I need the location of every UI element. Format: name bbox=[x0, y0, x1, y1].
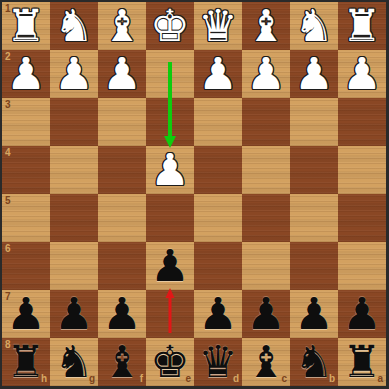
square-d2[interactable]: ♟ bbox=[194, 50, 242, 98]
square-a6[interactable] bbox=[338, 242, 386, 290]
square-e6[interactable]: ♟ bbox=[146, 242, 194, 290]
square-b3[interactable] bbox=[290, 98, 338, 146]
rank-label-3: 3 bbox=[5, 100, 11, 110]
square-g4[interactable] bbox=[50, 146, 98, 194]
white-knight-g1[interactable]: ♞ bbox=[50, 2, 98, 50]
square-f1[interactable]: ♝ bbox=[98, 2, 146, 50]
square-h3[interactable]: 3 bbox=[2, 98, 50, 146]
square-h1[interactable]: 1♜ bbox=[2, 2, 50, 50]
white-pawn-g2[interactable]: ♟ bbox=[50, 50, 98, 98]
square-f6[interactable] bbox=[98, 242, 146, 290]
square-e3[interactable] bbox=[146, 98, 194, 146]
square-d5[interactable] bbox=[194, 194, 242, 242]
square-f7[interactable]: ♟ bbox=[98, 290, 146, 338]
file-label-f: f bbox=[140, 374, 143, 384]
black-pawn-a7[interactable]: ♟ bbox=[338, 290, 386, 338]
rank-label-8: 8 bbox=[5, 340, 11, 350]
square-a4[interactable] bbox=[338, 146, 386, 194]
board: 1♜♞♝♚♛♝♞♜2♟♟♟♟♟♟♟34♟56♟7♟♟♟♟♟♟♟8h♜g♞f♝e♚… bbox=[2, 2, 386, 386]
white-pawn-f2[interactable]: ♟ bbox=[98, 50, 146, 98]
square-g5[interactable] bbox=[50, 194, 98, 242]
square-d1[interactable]: ♛ bbox=[194, 2, 242, 50]
rank-label-6: 6 bbox=[5, 244, 11, 254]
square-h2[interactable]: 2♟ bbox=[2, 50, 50, 98]
white-bishop-c1[interactable]: ♝ bbox=[242, 2, 290, 50]
black-pawn-d7[interactable]: ♟ bbox=[194, 290, 242, 338]
square-a8[interactable]: a♜ bbox=[338, 338, 386, 386]
square-b1[interactable]: ♞ bbox=[290, 2, 338, 50]
rank-label-1: 1 bbox=[5, 4, 11, 14]
square-f5[interactable] bbox=[98, 194, 146, 242]
square-g7[interactable]: ♟ bbox=[50, 290, 98, 338]
square-g1[interactable]: ♞ bbox=[50, 2, 98, 50]
rank-label-5: 5 bbox=[5, 196, 11, 206]
square-f8[interactable]: f♝ bbox=[98, 338, 146, 386]
square-c8[interactable]: c♝ bbox=[242, 338, 290, 386]
square-c1[interactable]: ♝ bbox=[242, 2, 290, 50]
square-e8[interactable]: e♚ bbox=[146, 338, 194, 386]
square-d3[interactable] bbox=[194, 98, 242, 146]
square-b4[interactable] bbox=[290, 146, 338, 194]
file-label-d: d bbox=[233, 374, 239, 384]
file-label-e: e bbox=[185, 374, 191, 384]
square-g6[interactable] bbox=[50, 242, 98, 290]
square-a1[interactable]: ♜ bbox=[338, 2, 386, 50]
square-b8[interactable]: b♞ bbox=[290, 338, 338, 386]
square-a3[interactable] bbox=[338, 98, 386, 146]
white-pawn-c2[interactable]: ♟ bbox=[242, 50, 290, 98]
square-e4[interactable]: ♟ bbox=[146, 146, 194, 194]
square-c7[interactable]: ♟ bbox=[242, 290, 290, 338]
black-pawn-e6[interactable]: ♟ bbox=[146, 242, 194, 290]
white-knight-b1[interactable]: ♞ bbox=[290, 2, 338, 50]
black-pawn-f7[interactable]: ♟ bbox=[98, 290, 146, 338]
rank-label-2: 2 bbox=[5, 52, 11, 62]
square-e1[interactable]: ♚ bbox=[146, 2, 194, 50]
square-b5[interactable] bbox=[290, 194, 338, 242]
white-pawn-a2[interactable]: ♟ bbox=[338, 50, 386, 98]
square-h4[interactable]: 4 bbox=[2, 146, 50, 194]
square-h5[interactable]: 5 bbox=[2, 194, 50, 242]
white-pawn-d2[interactable]: ♟ bbox=[194, 50, 242, 98]
black-pawn-b7[interactable]: ♟ bbox=[290, 290, 338, 338]
chessboard-frame: 1♜♞♝♚♛♝♞♜2♟♟♟♟♟♟♟34♟56♟7♟♟♟♟♟♟♟8h♜g♞f♝e♚… bbox=[0, 0, 389, 389]
square-b6[interactable] bbox=[290, 242, 338, 290]
square-g8[interactable]: g♞ bbox=[50, 338, 98, 386]
square-g2[interactable]: ♟ bbox=[50, 50, 98, 98]
square-d8[interactable]: d♛ bbox=[194, 338, 242, 386]
square-d7[interactable]: ♟ bbox=[194, 290, 242, 338]
square-b2[interactable]: ♟ bbox=[290, 50, 338, 98]
square-c6[interactable] bbox=[242, 242, 290, 290]
square-c5[interactable] bbox=[242, 194, 290, 242]
square-a5[interactable] bbox=[338, 194, 386, 242]
square-h7[interactable]: 7♟ bbox=[2, 290, 50, 338]
square-a2[interactable]: ♟ bbox=[338, 50, 386, 98]
white-king-e1[interactable]: ♚ bbox=[146, 2, 194, 50]
square-e5[interactable] bbox=[146, 194, 194, 242]
square-f4[interactable] bbox=[98, 146, 146, 194]
white-rook-a1[interactable]: ♜ bbox=[338, 2, 386, 50]
square-f3[interactable] bbox=[98, 98, 146, 146]
rank-label-4: 4 bbox=[5, 148, 11, 158]
square-e7[interactable] bbox=[146, 290, 194, 338]
square-c4[interactable] bbox=[242, 146, 290, 194]
file-label-g: g bbox=[89, 374, 95, 384]
square-d6[interactable] bbox=[194, 242, 242, 290]
square-g3[interactable] bbox=[50, 98, 98, 146]
square-e2[interactable] bbox=[146, 50, 194, 98]
square-f2[interactable]: ♟ bbox=[98, 50, 146, 98]
square-d4[interactable] bbox=[194, 146, 242, 194]
file-label-h: h bbox=[41, 374, 47, 384]
rank-label-7: 7 bbox=[5, 292, 11, 302]
square-b7[interactable]: ♟ bbox=[290, 290, 338, 338]
square-a7[interactable]: ♟ bbox=[338, 290, 386, 338]
square-c2[interactable]: ♟ bbox=[242, 50, 290, 98]
white-pawn-e4[interactable]: ♟ bbox=[146, 146, 194, 194]
square-h6[interactable]: 6 bbox=[2, 242, 50, 290]
file-label-c: c bbox=[281, 374, 287, 384]
black-pawn-c7[interactable]: ♟ bbox=[242, 290, 290, 338]
file-label-a: a bbox=[377, 374, 383, 384]
white-queen-d1[interactable]: ♛ bbox=[194, 2, 242, 50]
square-h8[interactable]: 8h♜ bbox=[2, 338, 50, 386]
black-pawn-g7[interactable]: ♟ bbox=[50, 290, 98, 338]
white-bishop-f1[interactable]: ♝ bbox=[98, 2, 146, 50]
white-pawn-b2[interactable]: ♟ bbox=[290, 50, 338, 98]
square-c3[interactable] bbox=[242, 98, 290, 146]
file-label-b: b bbox=[329, 374, 335, 384]
